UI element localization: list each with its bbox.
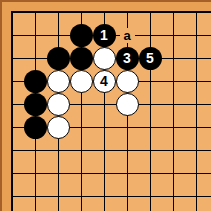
point-label-a: a [120, 28, 135, 43]
black-stone-move-3: 3 [116, 47, 139, 70]
white-stone [47, 116, 70, 139]
black-stone [70, 24, 93, 47]
white-stone [116, 70, 139, 93]
white-stone [116, 93, 139, 116]
white-stone-move-4: 4 [93, 70, 116, 93]
move-number: 4 [100, 74, 108, 88]
white-stone [47, 93, 70, 116]
go-board-diagram: 1a354 [0, 0, 211, 211]
white-stone [70, 70, 93, 93]
black-stone [24, 70, 47, 93]
move-number: 1 [100, 28, 108, 42]
black-stone [24, 93, 47, 116]
move-number: 3 [123, 51, 131, 65]
black-stone [47, 47, 70, 70]
stones-layer: 1a354 [1, 1, 208, 208]
black-stone [24, 116, 47, 139]
white-stone [47, 70, 70, 93]
move-number: 5 [146, 51, 154, 65]
black-stone [70, 47, 93, 70]
black-stone-move-5: 5 [139, 47, 162, 70]
white-stone [93, 47, 116, 70]
black-stone-move-1: 1 [93, 24, 116, 47]
